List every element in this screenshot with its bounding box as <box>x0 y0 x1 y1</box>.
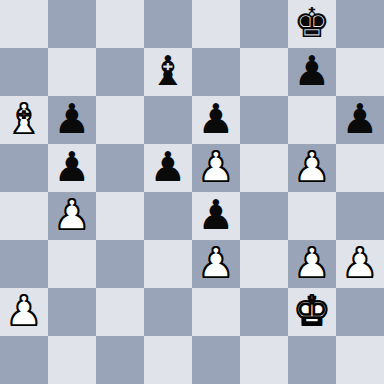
piece-white-pawn: ♟ <box>294 144 331 191</box>
piece-black-bishop: ♝ <box>150 48 187 95</box>
square-e2[interactable] <box>192 288 240 336</box>
piece-white-pawn: ♟ <box>198 240 235 287</box>
square-f1[interactable] <box>240 336 288 384</box>
square-a5[interactable] <box>0 144 48 192</box>
square-e7[interactable] <box>192 48 240 96</box>
piece-black-pawn: ♟ <box>150 144 187 191</box>
square-h4[interactable] <box>336 192 384 240</box>
square-d7[interactable]: ♝ <box>144 48 192 96</box>
square-e5[interactable]: ♟ <box>192 144 240 192</box>
square-b2[interactable] <box>48 288 96 336</box>
square-g5[interactable]: ♟ <box>288 144 336 192</box>
square-g2[interactable]: ♚ <box>288 288 336 336</box>
square-f8[interactable] <box>240 0 288 48</box>
piece-white-pawn: ♟ <box>198 144 235 191</box>
square-d8[interactable] <box>144 0 192 48</box>
square-a3[interactable] <box>0 240 48 288</box>
piece-black-pawn: ♟ <box>54 96 91 143</box>
piece-white-king: ♚ <box>294 288 331 335</box>
square-d2[interactable] <box>144 288 192 336</box>
square-g4[interactable] <box>288 192 336 240</box>
square-a7[interactable] <box>0 48 48 96</box>
square-h6[interactable]: ♟ <box>336 96 384 144</box>
square-c2[interactable] <box>96 288 144 336</box>
square-g1[interactable] <box>288 336 336 384</box>
square-f5[interactable] <box>240 144 288 192</box>
square-h5[interactable] <box>336 144 384 192</box>
square-a4[interactable] <box>0 192 48 240</box>
square-c6[interactable] <box>96 96 144 144</box>
square-h8[interactable] <box>336 0 384 48</box>
piece-black-pawn: ♟ <box>342 96 379 143</box>
square-h1[interactable] <box>336 336 384 384</box>
square-b6[interactable]: ♟ <box>48 96 96 144</box>
square-f3[interactable] <box>240 240 288 288</box>
square-g8[interactable]: ♚ <box>288 0 336 48</box>
square-f2[interactable] <box>240 288 288 336</box>
square-b5[interactable]: ♟ <box>48 144 96 192</box>
square-h7[interactable] <box>336 48 384 96</box>
piece-black-pawn: ♟ <box>54 144 91 191</box>
square-e8[interactable] <box>192 0 240 48</box>
piece-white-bishop: ♝ <box>6 96 43 143</box>
piece-black-king: ♚ <box>294 0 331 47</box>
piece-white-pawn: ♟ <box>294 240 331 287</box>
square-a1[interactable] <box>0 336 48 384</box>
square-a6[interactable]: ♝ <box>0 96 48 144</box>
square-d1[interactable] <box>144 336 192 384</box>
piece-black-pawn: ♟ <box>198 192 235 239</box>
square-a2[interactable]: ♟ <box>0 288 48 336</box>
square-d6[interactable] <box>144 96 192 144</box>
square-c7[interactable] <box>96 48 144 96</box>
square-f4[interactable] <box>240 192 288 240</box>
square-b8[interactable] <box>48 0 96 48</box>
square-g7[interactable]: ♟ <box>288 48 336 96</box>
piece-black-pawn: ♟ <box>198 96 235 143</box>
piece-white-pawn: ♟ <box>54 192 91 239</box>
piece-white-pawn: ♟ <box>342 240 379 287</box>
square-e4[interactable]: ♟ <box>192 192 240 240</box>
square-c4[interactable] <box>96 192 144 240</box>
piece-white-pawn: ♟ <box>6 288 43 335</box>
square-e3[interactable]: ♟ <box>192 240 240 288</box>
chess-board: ♚♝♟♝♟♟♟♟♟♟♟♟♟♟♟♟♟♚ <box>0 0 384 384</box>
square-h2[interactable] <box>336 288 384 336</box>
square-c8[interactable] <box>96 0 144 48</box>
square-g3[interactable]: ♟ <box>288 240 336 288</box>
square-b3[interactable] <box>48 240 96 288</box>
square-c1[interactable] <box>96 336 144 384</box>
square-c3[interactable] <box>96 240 144 288</box>
square-f7[interactable] <box>240 48 288 96</box>
square-c5[interactable] <box>96 144 144 192</box>
square-f6[interactable] <box>240 96 288 144</box>
square-d3[interactable] <box>144 240 192 288</box>
square-d4[interactable] <box>144 192 192 240</box>
square-b7[interactable] <box>48 48 96 96</box>
piece-black-pawn: ♟ <box>294 48 331 95</box>
square-b4[interactable]: ♟ <box>48 192 96 240</box>
square-h3[interactable]: ♟ <box>336 240 384 288</box>
square-g6[interactable] <box>288 96 336 144</box>
square-e1[interactable] <box>192 336 240 384</box>
square-e6[interactable]: ♟ <box>192 96 240 144</box>
square-b1[interactable] <box>48 336 96 384</box>
square-d5[interactable]: ♟ <box>144 144 192 192</box>
square-a8[interactable] <box>0 0 48 48</box>
